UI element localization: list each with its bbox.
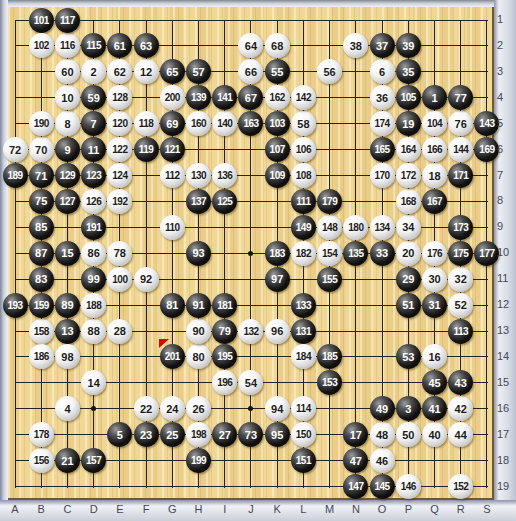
- window-edge-left: [0, 0, 8, 521]
- row-coordinate-strip: [494, 0, 516, 521]
- column-coordinate-strip: [0, 500, 516, 521]
- window-edge-top: [0, 0, 516, 7]
- goban[interactable]: [8, 7, 494, 500]
- go-game-record-viewer: 1234567891011121314151617181920212223242…: [0, 0, 516, 521]
